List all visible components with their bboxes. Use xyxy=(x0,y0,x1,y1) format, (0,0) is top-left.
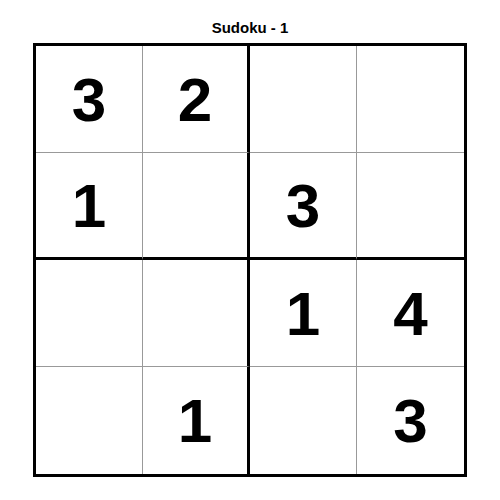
cell-r4c1[interactable] xyxy=(36,367,143,474)
cell-r3c1[interactable] xyxy=(36,260,143,367)
cell-r3c3[interactable]: 1 xyxy=(250,260,357,367)
cell-r1c4[interactable] xyxy=(357,46,464,153)
cell-r1c3[interactable] xyxy=(250,46,357,153)
cell-r2c1[interactable]: 1 xyxy=(36,153,143,260)
page-title: Sudoku - 1 xyxy=(0,20,500,36)
cell-r1c2[interactable]: 2 xyxy=(143,46,250,153)
cell-r4c3[interactable] xyxy=(250,367,357,474)
cell-r3c4[interactable]: 4 xyxy=(357,260,464,367)
cell-r2c4[interactable] xyxy=(357,153,464,260)
cell-r2c3[interactable]: 3 xyxy=(250,153,357,260)
cell-r3c2[interactable] xyxy=(143,260,250,367)
cell-r4c4[interactable]: 3 xyxy=(357,367,464,474)
cell-r1c1[interactable]: 3 xyxy=(36,46,143,153)
cell-r4c2[interactable]: 1 xyxy=(143,367,250,474)
sudoku-worksheet: Sudoku - 1 3 2 1 3 1 4 1 3 xyxy=(0,0,500,500)
cell-r2c2[interactable] xyxy=(143,153,250,260)
sudoku-board: 3 2 1 3 1 4 1 3 xyxy=(33,43,467,477)
